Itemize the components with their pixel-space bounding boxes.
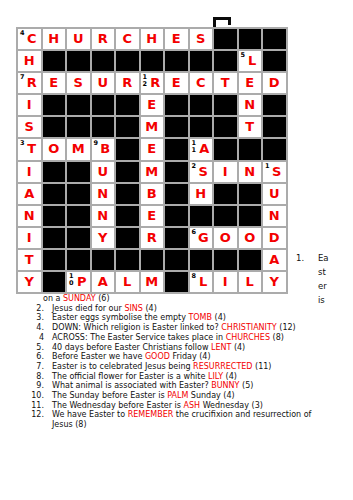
cell-r8c2 xyxy=(42,183,67,205)
answer-word: REMEMBER xyxy=(128,410,174,419)
cell-r3c1[interactable]: 7R xyxy=(17,72,42,94)
clue-text: Friday (4) xyxy=(170,352,211,361)
cell-letter: U xyxy=(67,29,90,49)
clue-text: (11) xyxy=(253,362,272,371)
cell-letter: A xyxy=(263,250,286,270)
clue-text: the crucifixion and resurrection of xyxy=(173,410,311,419)
cell-r8c7 xyxy=(164,183,189,205)
cell-r5c4 xyxy=(91,116,116,138)
cell-letter: G xyxy=(190,228,213,248)
clue-text: ACROSS: The Easter Service takes place i… xyxy=(52,333,226,342)
cell-letter: R xyxy=(116,73,139,93)
cell-r1c3[interactable]: U xyxy=(66,28,91,50)
clue-text: Before Easter we have xyxy=(52,352,145,361)
cell-r12c4[interactable]: A xyxy=(91,271,116,293)
cell-r10c8[interactable]: 6G xyxy=(189,227,214,249)
clue-item-7: 6.Before Easter we have GOOD Friday (4) xyxy=(29,352,311,362)
cell-r9c4[interactable]: N xyxy=(91,205,116,227)
cell-letter: I xyxy=(18,95,41,115)
clue-text: Wednesday (3) xyxy=(200,401,263,410)
cell-r9c3 xyxy=(66,205,91,227)
clue-item-9: 8.The official flower for Easter is a wh… xyxy=(29,372,311,382)
clue-text: The official flower for Easter is a whit… xyxy=(52,372,208,381)
clue-text: The Wednesday before Easter is xyxy=(52,401,184,410)
cell-r12c2 xyxy=(42,271,67,293)
cell-r4c9 xyxy=(213,94,238,116)
cell-r9c11[interactable]: N xyxy=(262,205,287,227)
cell-r9c7 xyxy=(164,205,189,227)
cell-r1c10 xyxy=(238,28,263,50)
cell-r3c10[interactable]: E xyxy=(238,72,263,94)
cell-letter: E xyxy=(141,139,164,159)
clue-list-number: 11. xyxy=(29,401,44,411)
cell-r6c2[interactable]: O xyxy=(42,138,67,160)
cell-r2c10[interactable]: 5L xyxy=(238,50,263,72)
cell-r10c6[interactable]: R xyxy=(140,227,165,249)
cell-r4c7 xyxy=(164,94,189,116)
answer-word: PALM xyxy=(167,391,188,400)
cell-r8c4[interactable]: N xyxy=(91,183,116,205)
cell-r5c10[interactable]: T xyxy=(238,116,263,138)
cell-r4c10[interactable]: N xyxy=(238,94,263,116)
cell-letter: L xyxy=(190,272,213,292)
clue-list-number: 3. xyxy=(29,313,44,323)
cell-r9c1[interactable]: N xyxy=(17,205,42,227)
cell-letter: S xyxy=(18,117,41,137)
clue-list-number: 4 xyxy=(29,333,44,343)
clue-text: DOWN: Which religion is Easter linked to… xyxy=(52,323,221,332)
cell-r7c9[interactable]: I xyxy=(213,161,238,183)
cell-letter: R xyxy=(18,73,41,93)
cell-letter: Y xyxy=(263,272,286,292)
cell-r10c3 xyxy=(66,227,91,249)
answer-word: BUNNY xyxy=(211,381,239,390)
clue-item-2: 2.Jesus died for our SINS (4) xyxy=(29,304,311,314)
cell-r12c11[interactable]: Y xyxy=(262,271,287,293)
cell-r5c3 xyxy=(66,116,91,138)
cell-r1c11 xyxy=(262,28,287,50)
cell-letter: N xyxy=(92,184,115,204)
cell-r2c11 xyxy=(262,50,287,72)
clue-item-1: on a SUNDAY (6) xyxy=(29,294,311,304)
clue-list-number: 2. xyxy=(29,304,44,314)
cell-letter: I xyxy=(18,228,41,248)
clue-list-number: 4. xyxy=(29,323,44,333)
cell-r12c3[interactable]: 10P xyxy=(66,271,91,293)
cell-r12c7 xyxy=(164,271,189,293)
cell-letter: E xyxy=(165,29,188,49)
cell-letter: M xyxy=(141,162,164,182)
cell-letter: I xyxy=(214,162,237,182)
cell-letter: H xyxy=(190,184,213,204)
cell-r5c8 xyxy=(189,116,214,138)
cell-r11c2 xyxy=(42,249,67,271)
cell-r2c7 xyxy=(164,50,189,72)
cell-letter: S xyxy=(263,162,286,182)
cell-r5c6[interactable]: M xyxy=(140,116,165,138)
cell-r3c2[interactable]: E xyxy=(42,72,67,94)
cell-r1c8[interactable]: S xyxy=(189,28,214,50)
cell-r12c1[interactable]: Y xyxy=(17,271,42,293)
answer-word: TOMB xyxy=(188,313,212,322)
cell-letter: O xyxy=(43,139,66,159)
clue-text: We have Easter to xyxy=(52,410,128,419)
clue-list-number: 8. xyxy=(29,372,44,382)
worksheet-page: 4CHURCHESH5L7RESUR12RECTEDIENSMT3TOM9BE1… xyxy=(0,0,353,500)
cell-r10c7 xyxy=(164,227,189,249)
cell-letter: U xyxy=(92,162,115,182)
clue-text: Easter eggs symbolise the empty xyxy=(52,313,188,322)
cell-letter: M xyxy=(141,272,164,292)
cell-r12c10[interactable]: L xyxy=(238,271,263,293)
cell-r10c9[interactable]: O xyxy=(213,227,238,249)
cell-r8c3 xyxy=(66,183,91,205)
cell-r8c5 xyxy=(115,183,140,205)
cell-r3c11[interactable]: D xyxy=(262,72,287,94)
cell-r6c1[interactable]: 3T xyxy=(17,138,42,160)
cell-r9c5 xyxy=(115,205,140,227)
clue-item-3: 3.Easter eggs symbolise the empty TOMB (… xyxy=(29,313,311,323)
cell-r2c4 xyxy=(91,50,116,72)
cell-letter: R xyxy=(92,29,115,49)
cell-r4c2 xyxy=(42,94,67,116)
cell-r2c1[interactable]: H xyxy=(17,50,42,72)
answer-word: SINS xyxy=(124,304,143,313)
cell-r5c5 xyxy=(115,116,140,138)
clue-text: (5) xyxy=(239,381,253,390)
cell-r7c2 xyxy=(42,161,67,183)
answer-word: RESURRECTED xyxy=(193,362,252,371)
clue-list-number: 12. xyxy=(29,410,44,420)
cell-r11c5 xyxy=(115,249,140,271)
cell-r1c2[interactable]: H xyxy=(42,28,67,50)
cell-r5c2 xyxy=(42,116,67,138)
cell-letter: N xyxy=(18,206,41,226)
clue-list-number: 10. xyxy=(29,391,44,401)
clue-text: Jesus died for our xyxy=(52,304,124,313)
cell-letter: T xyxy=(18,250,41,270)
cell-letter: H xyxy=(43,29,66,49)
cell-r9c2 xyxy=(42,205,67,227)
cell-r1c1[interactable]: 4C xyxy=(17,28,42,50)
cell-r12c6[interactable]: M xyxy=(140,271,165,293)
cell-r3c8[interactable]: C xyxy=(189,72,214,94)
cell-r4c4 xyxy=(91,94,116,116)
cell-r7c10[interactable]: N xyxy=(238,161,263,183)
crossword-grid: 4CHURCHESH5L7RESUR12RECTEDIENSMT3TOM9BE1… xyxy=(16,27,288,294)
cell-letter: L xyxy=(239,272,262,292)
clue-item-8: 7.Easter is to celebrated Jesus being RE… xyxy=(29,362,311,372)
cell-r6c7 xyxy=(164,138,189,160)
cell-letter: L xyxy=(239,51,262,71)
clue-text: (6) xyxy=(96,294,110,303)
cell-letter: M xyxy=(141,117,164,137)
answer-word: GOOD xyxy=(145,352,170,361)
cell-r5c7 xyxy=(164,116,189,138)
clue-1-text: Easteris xyxy=(318,251,329,307)
clue-item-6: 5.40 days before Easter Christians follo… xyxy=(29,343,311,353)
clue-list-number: 5. xyxy=(29,343,44,353)
cell-letter: R xyxy=(141,228,164,248)
cell-r3c3[interactable]: S xyxy=(66,72,91,94)
cell-r11c10 xyxy=(238,249,263,271)
clue-text: Jesus (8) xyxy=(52,420,87,429)
clue-text: on a xyxy=(43,294,63,303)
cell-letter: P xyxy=(67,272,90,292)
cell-letter: A xyxy=(92,272,115,292)
cell-r7c5 xyxy=(115,161,140,183)
cell-letter: O xyxy=(239,228,262,248)
cell-r1c9 xyxy=(213,28,238,50)
clue-item-13: 12.We have Easter to REMEMBER the crucif… xyxy=(29,410,311,429)
cell-letter: A xyxy=(190,139,213,159)
cell-r10c1[interactable]: I xyxy=(17,227,42,249)
cell-r6c10 xyxy=(238,138,263,160)
cell-r11c8 xyxy=(189,249,214,271)
cell-r5c11 xyxy=(262,116,287,138)
cell-r8c10 xyxy=(238,183,263,205)
cell-r7c1[interactable]: I xyxy=(17,161,42,183)
cell-letter: S xyxy=(190,29,213,49)
cell-r12c9[interactable]: I xyxy=(213,271,238,293)
cell-r5c1[interactable]: S xyxy=(17,116,42,138)
cell-r4c5 xyxy=(115,94,140,116)
cell-r7c3 xyxy=(66,161,91,183)
clue-item-4: 4.DOWN: Which religion is Easter linked … xyxy=(29,323,311,333)
cell-r3c5[interactable]: R xyxy=(115,72,140,94)
cell-r9c8 xyxy=(189,205,214,227)
cell-r3c7[interactable]: E xyxy=(164,72,189,94)
cell-letter: A xyxy=(18,184,41,204)
cell-letter: Y xyxy=(18,272,41,292)
clue-text: 40 days before Easter Christians follow xyxy=(52,343,211,352)
cell-r4c3 xyxy=(66,94,91,116)
clue-text: What animal is associated with Easter? xyxy=(52,381,211,390)
cell-r3c4[interactable]: U xyxy=(91,72,116,94)
clue-item-11: 10.The Sunday before Easter is PALM Sund… xyxy=(29,391,311,401)
clue-text: (12) xyxy=(277,323,296,332)
cell-r6c3[interactable]: M xyxy=(66,138,91,160)
cell-r2c5 xyxy=(115,50,140,72)
cell-letter: R xyxy=(141,73,164,93)
cell-r1c4[interactable]: R xyxy=(91,28,116,50)
cell-r2c8 xyxy=(189,50,214,72)
cell-letter: E xyxy=(165,73,188,93)
cell-r11c11[interactable]: A xyxy=(262,249,287,271)
cell-letter: U xyxy=(92,73,115,93)
cell-r10c2 xyxy=(42,227,67,249)
cell-letter: N xyxy=(239,95,262,115)
cell-r6c9 xyxy=(213,138,238,160)
cell-letter: M xyxy=(67,139,90,159)
cell-r6c8[interactable]: 11A xyxy=(189,138,214,160)
cell-r8c9 xyxy=(213,183,238,205)
cell-r7c11[interactable]: 1S xyxy=(262,161,287,183)
cell-r6c6[interactable]: E xyxy=(140,138,165,160)
cell-r7c4[interactable]: U xyxy=(91,161,116,183)
cell-r11c3 xyxy=(66,249,91,271)
cell-r11c6 xyxy=(140,249,165,271)
cell-r7c6[interactable]: M xyxy=(140,161,165,183)
cell-letter: B xyxy=(92,139,115,159)
cell-letter: C xyxy=(190,73,213,93)
cell-r11c7 xyxy=(164,249,189,271)
cell-r11c4 xyxy=(91,249,116,271)
cell-r3c9[interactable]: T xyxy=(213,72,238,94)
cell-r6c11 xyxy=(262,138,287,160)
clue-text: Sunday (4) xyxy=(188,391,234,400)
cell-r6c5 xyxy=(115,138,140,160)
answer-word: SUNDAY xyxy=(63,294,96,303)
cell-letter: E xyxy=(141,95,164,115)
clue-text: (4) xyxy=(212,313,226,322)
cell-letter: I xyxy=(18,162,41,182)
cell-r10c10[interactable]: O xyxy=(238,227,263,249)
cell-letter: T xyxy=(239,117,262,137)
clue-text: (4) xyxy=(231,343,245,352)
cell-r3c6[interactable]: 12R xyxy=(140,72,165,94)
cell-r12c5[interactable]: L xyxy=(115,271,140,293)
cell-r1c5[interactable]: C xyxy=(115,28,140,50)
cell-r10c11[interactable]: D xyxy=(262,227,287,249)
cell-r7c7 xyxy=(164,161,189,183)
cell-r6c4[interactable]: 9B xyxy=(91,138,116,160)
answer-word: LENT xyxy=(211,343,231,352)
cell-r2c2 xyxy=(42,50,67,72)
clue-text: The Sunday before Easter is xyxy=(52,391,167,400)
cell-r10c4[interactable]: Y xyxy=(91,227,116,249)
cell-letter: S xyxy=(67,73,90,93)
cell-r2c6 xyxy=(140,50,165,72)
cell-letter: B xyxy=(141,184,164,204)
cell-letter: E xyxy=(43,73,66,93)
cell-r2c3 xyxy=(66,50,91,72)
cell-r8c6[interactable]: B xyxy=(140,183,165,205)
cell-r1c6[interactable]: H xyxy=(140,28,165,50)
cell-letter: T xyxy=(214,73,237,93)
answer-word: CHRISTIANITY xyxy=(221,323,276,332)
answer-word: CHURCHES xyxy=(226,333,270,342)
clue-list-number: 7. xyxy=(29,362,44,372)
cell-r9c10 xyxy=(238,205,263,227)
clue-text: (8) xyxy=(270,333,284,342)
cell-letter: E xyxy=(141,206,164,226)
cell-r9c6[interactable]: E xyxy=(140,205,165,227)
clue-list-number: 6. xyxy=(29,352,44,362)
answer-word: LILY xyxy=(208,372,223,381)
cell-r7c8[interactable]: 2S xyxy=(189,161,214,183)
cell-letter: E xyxy=(239,73,262,93)
cell-letter: C xyxy=(18,29,41,49)
clue-text: (4) xyxy=(143,304,157,313)
clue-item-5: 4ACROSS: The Easter Service takes place … xyxy=(29,333,311,343)
cell-letter: O xyxy=(214,228,237,248)
cell-r9c9 xyxy=(213,205,238,227)
cell-r4c1[interactable]: I xyxy=(17,94,42,116)
cell-r10c5 xyxy=(115,227,140,249)
cell-letter: I xyxy=(214,272,237,292)
cell-letter: Y xyxy=(92,228,115,248)
clue-text: (4) xyxy=(223,372,237,381)
clue-list-number: 9. xyxy=(29,381,44,391)
cell-letter: L xyxy=(116,272,139,292)
cell-r4c11 xyxy=(262,94,287,116)
cell-r8c1[interactable]: A xyxy=(17,183,42,205)
cell-letter: D xyxy=(263,228,286,248)
clue-item-12: 11.The Wednesday before Easter is ASH We… xyxy=(29,401,311,411)
answer-word: ASH xyxy=(184,401,201,410)
cell-letter: N xyxy=(92,206,115,226)
clue-text: Easter is to celebrated Jesus being xyxy=(52,362,193,371)
cell-r2c9 xyxy=(213,50,238,72)
cell-r11c9 xyxy=(213,249,238,271)
cell-letter: N xyxy=(263,206,286,226)
cell-letter: U xyxy=(263,184,286,204)
cell-r11c1[interactable]: T xyxy=(17,249,42,271)
cell-letter: C xyxy=(116,29,139,49)
cell-r8c8[interactable]: H xyxy=(189,183,214,205)
cell-letter: H xyxy=(141,29,164,49)
cell-letter: T xyxy=(18,139,41,159)
cell-r8c11[interactable]: U xyxy=(262,183,287,205)
cell-r4c6[interactable]: E xyxy=(140,94,165,116)
cell-letter: S xyxy=(190,162,213,182)
cell-letter: N xyxy=(239,162,262,182)
cell-r4c8 xyxy=(189,94,214,116)
clue-item-10: 9.What animal is associated with Easter?… xyxy=(29,381,311,391)
cell-r12c8[interactable]: 8L xyxy=(189,271,214,293)
clue-list: on a SUNDAY (6)2.Jesus died for our SINS… xyxy=(29,294,311,430)
cell-r5c9 xyxy=(213,116,238,138)
cell-letter: D xyxy=(263,73,286,93)
cell-r1c7[interactable]: E xyxy=(164,28,189,50)
cell-letter: H xyxy=(18,51,41,71)
